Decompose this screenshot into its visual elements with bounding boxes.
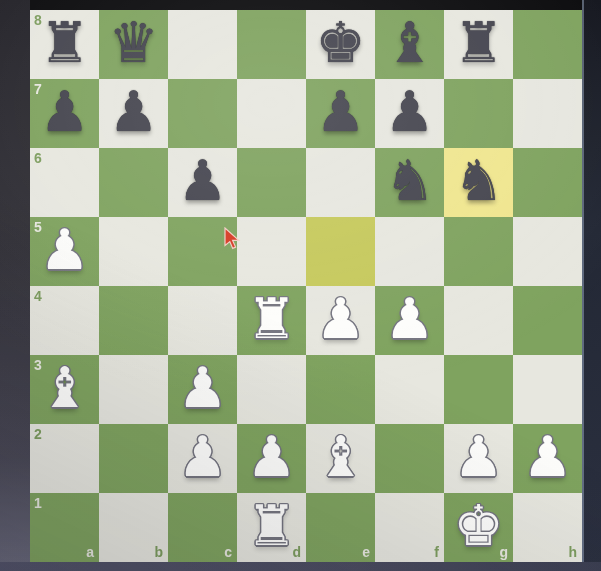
square-g3[interactable] bbox=[444, 355, 513, 424]
square-d4[interactable]: ♜ bbox=[237, 286, 306, 355]
square-g4[interactable] bbox=[444, 286, 513, 355]
rank-label-1: 1 bbox=[34, 496, 42, 510]
rank-label-4: 4 bbox=[34, 289, 42, 303]
square-e1[interactable]: e bbox=[306, 493, 375, 562]
square-f6[interactable]: ♞ bbox=[375, 148, 444, 217]
square-f7[interactable]: ♟ bbox=[375, 79, 444, 148]
piece-black-rook[interactable]: ♜ bbox=[444, 10, 513, 79]
square-f2[interactable] bbox=[375, 424, 444, 493]
square-c6[interactable]: ♟ bbox=[168, 148, 237, 217]
piece-white-rook[interactable]: ♜ bbox=[237, 493, 306, 562]
file-label-f: f bbox=[434, 545, 439, 559]
square-f5[interactable] bbox=[375, 217, 444, 286]
square-d2[interactable]: ♟ bbox=[237, 424, 306, 493]
piece-black-pawn[interactable]: ♟ bbox=[375, 79, 444, 148]
square-c4[interactable] bbox=[168, 286, 237, 355]
rank-label-6: 6 bbox=[34, 151, 42, 165]
square-h1[interactable]: h bbox=[513, 493, 582, 562]
square-a5[interactable]: 5♟ bbox=[30, 217, 99, 286]
file-label-h: h bbox=[568, 545, 577, 559]
square-b1[interactable]: b bbox=[99, 493, 168, 562]
square-b5[interactable] bbox=[99, 217, 168, 286]
file-label-a: a bbox=[86, 545, 94, 559]
square-e3[interactable] bbox=[306, 355, 375, 424]
square-a3[interactable]: 3♝ bbox=[30, 355, 99, 424]
square-e8[interactable]: ♚ bbox=[306, 10, 375, 79]
square-d8[interactable] bbox=[237, 10, 306, 79]
square-h3[interactable] bbox=[513, 355, 582, 424]
piece-white-pawn[interactable]: ♟ bbox=[306, 286, 375, 355]
piece-white-king[interactable]: ♚ bbox=[444, 493, 513, 562]
square-e6[interactable] bbox=[306, 148, 375, 217]
chess-board[interactable]: 8♜♛♚♝♜7♟♟♟♟6♟♞♞5♟4♜♟♟3♝♟2♟♟♝♟♟1abcd♜efg♚… bbox=[30, 10, 582, 562]
square-d1[interactable]: d♜ bbox=[237, 493, 306, 562]
piece-black-knight[interactable]: ♞ bbox=[375, 148, 444, 217]
square-h6[interactable] bbox=[513, 148, 582, 217]
piece-white-bishop[interactable]: ♝ bbox=[306, 424, 375, 493]
square-d6[interactable] bbox=[237, 148, 306, 217]
screen-bezel-top bbox=[0, 0, 601, 10]
piece-black-pawn[interactable]: ♟ bbox=[30, 79, 99, 148]
square-c1[interactable]: c bbox=[168, 493, 237, 562]
square-f8[interactable]: ♝ bbox=[375, 10, 444, 79]
square-b4[interactable] bbox=[99, 286, 168, 355]
piece-black-king[interactable]: ♚ bbox=[306, 10, 375, 79]
piece-white-bishop[interactable]: ♝ bbox=[30, 355, 99, 424]
square-b7[interactable]: ♟ bbox=[99, 79, 168, 148]
square-c5[interactable] bbox=[168, 217, 237, 286]
square-a6[interactable]: 6 bbox=[30, 148, 99, 217]
square-g5[interactable] bbox=[444, 217, 513, 286]
square-h2[interactable]: ♟ bbox=[513, 424, 582, 493]
piece-black-bishop[interactable]: ♝ bbox=[375, 10, 444, 79]
square-g2[interactable]: ♟ bbox=[444, 424, 513, 493]
rank-label-2: 2 bbox=[34, 427, 42, 441]
square-e2[interactable]: ♝ bbox=[306, 424, 375, 493]
square-b6[interactable] bbox=[99, 148, 168, 217]
square-a8[interactable]: 8♜ bbox=[30, 10, 99, 79]
piece-white-pawn[interactable]: ♟ bbox=[375, 286, 444, 355]
square-d5[interactable] bbox=[237, 217, 306, 286]
square-h8[interactable] bbox=[513, 10, 582, 79]
square-b2[interactable] bbox=[99, 424, 168, 493]
square-a1[interactable]: 1a bbox=[30, 493, 99, 562]
screen-bezel-right bbox=[582, 0, 601, 571]
piece-white-pawn[interactable]: ♟ bbox=[168, 355, 237, 424]
photographed-screen: 8♜♛♚♝♜7♟♟♟♟6♟♞♞5♟4♜♟♟3♝♟2♟♟♝♟♟1abcd♜efg♚… bbox=[0, 0, 601, 571]
piece-black-pawn[interactable]: ♟ bbox=[99, 79, 168, 148]
square-h7[interactable] bbox=[513, 79, 582, 148]
square-a7[interactable]: 7♟ bbox=[30, 79, 99, 148]
file-label-b: b bbox=[154, 545, 163, 559]
square-c8[interactable] bbox=[168, 10, 237, 79]
piece-black-pawn[interactable]: ♟ bbox=[168, 148, 237, 217]
piece-white-pawn[interactable]: ♟ bbox=[237, 424, 306, 493]
piece-white-pawn[interactable]: ♟ bbox=[444, 424, 513, 493]
square-e5[interactable] bbox=[306, 217, 375, 286]
piece-white-pawn[interactable]: ♟ bbox=[30, 217, 99, 286]
square-c2[interactable]: ♟ bbox=[168, 424, 237, 493]
piece-black-rook[interactable]: ♜ bbox=[30, 10, 99, 79]
square-h4[interactable] bbox=[513, 286, 582, 355]
piece-white-pawn[interactable]: ♟ bbox=[513, 424, 582, 493]
square-c7[interactable] bbox=[168, 79, 237, 148]
square-h5[interactable] bbox=[513, 217, 582, 286]
file-label-c: c bbox=[224, 545, 232, 559]
square-g1[interactable]: g♚ bbox=[444, 493, 513, 562]
screen-bezel-bottom bbox=[0, 562, 601, 571]
square-c3[interactable]: ♟ bbox=[168, 355, 237, 424]
piece-white-pawn[interactable]: ♟ bbox=[168, 424, 237, 493]
square-e7[interactable]: ♟ bbox=[306, 79, 375, 148]
screen-bezel-left bbox=[0, 0, 30, 571]
square-d3[interactable] bbox=[237, 355, 306, 424]
file-label-e: e bbox=[362, 545, 370, 559]
square-f4[interactable]: ♟ bbox=[375, 286, 444, 355]
piece-black-queen[interactable]: ♛ bbox=[99, 10, 168, 79]
square-g7[interactable] bbox=[444, 79, 513, 148]
square-a2[interactable]: 2 bbox=[30, 424, 99, 493]
piece-black-knight[interactable]: ♞ bbox=[444, 148, 513, 217]
square-b3[interactable] bbox=[99, 355, 168, 424]
square-e4[interactable]: ♟ bbox=[306, 286, 375, 355]
square-g6[interactable]: ♞ bbox=[444, 148, 513, 217]
square-f3[interactable] bbox=[375, 355, 444, 424]
square-a4[interactable]: 4 bbox=[30, 286, 99, 355]
square-d7[interactable] bbox=[237, 79, 306, 148]
piece-white-rook[interactable]: ♜ bbox=[237, 286, 306, 355]
square-f1[interactable]: f bbox=[375, 493, 444, 562]
square-g8[interactable]: ♜ bbox=[444, 10, 513, 79]
piece-black-pawn[interactable]: ♟ bbox=[306, 79, 375, 148]
square-b8[interactable]: ♛ bbox=[99, 10, 168, 79]
